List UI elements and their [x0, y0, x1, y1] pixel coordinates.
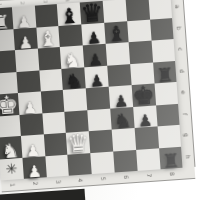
square-b7[interactable]: [127, 19, 151, 42]
square-d3[interactable]: [39, 68, 63, 91]
photo-scene: ♜♟♝♛♟♝♟♝♞♟♞♟♜♚♟♟♚♞♟♞♟♛✳♟♜ 12345678 12345…: [0, 0, 200, 200]
square-d6[interactable]: [107, 64, 131, 87]
square-h4[interactable]: [68, 153, 92, 176]
square-a3[interactable]: [34, 4, 58, 27]
square-a2[interactable]: ♟: [12, 6, 36, 29]
square-c7[interactable]: [128, 41, 152, 64]
square-c2[interactable]: [15, 49, 39, 72]
square-a8[interactable]: [148, 0, 172, 19]
square-f6[interactable]: ♞: [110, 107, 134, 130]
square-e4[interactable]: [63, 88, 87, 111]
square-g7[interactable]: [134, 126, 158, 149]
square-a4[interactable]: ♝: [57, 2, 81, 25]
square-g5[interactable]: [89, 130, 113, 153]
square-c1[interactable]: [0, 50, 16, 73]
square-h2[interactable]: ♟: [22, 156, 46, 179]
square-e8[interactable]: [154, 82, 178, 105]
square-f3[interactable]: [42, 111, 66, 134]
square-d2[interactable]: [16, 70, 40, 93]
square-h3[interactable]: [45, 154, 69, 177]
square-h8[interactable]: ♜: [159, 146, 183, 169]
black-rook-piece[interactable]: ♜: [162, 151, 180, 171]
square-g8[interactable]: [157, 125, 181, 148]
square-b5[interactable]: ♟: [81, 22, 105, 45]
square-d8[interactable]: ♜: [153, 60, 177, 83]
square-d5[interactable]: ♟: [84, 65, 108, 88]
square-h7[interactable]: [136, 148, 160, 171]
square-c6[interactable]: [106, 42, 130, 65]
square-g6[interactable]: [112, 128, 136, 151]
square-f1[interactable]: [0, 114, 21, 137]
square-e2[interactable]: ♟: [18, 91, 42, 114]
square-g2[interactable]: ♟: [21, 134, 45, 157]
square-a6[interactable]: [103, 0, 127, 22]
square-g1[interactable]: ♞: [0, 136, 22, 159]
square-a7[interactable]: [125, 0, 149, 21]
square-e7[interactable]: ♚: [131, 84, 155, 107]
square-b2[interactable]: ♟: [13, 27, 37, 50]
square-e3[interactable]: [40, 90, 64, 113]
square-e6[interactable]: ♟: [109, 85, 133, 108]
square-c5[interactable]: ♟: [83, 44, 107, 67]
square-e5[interactable]: [86, 87, 110, 110]
square-g3[interactable]: [43, 133, 67, 156]
square-f5[interactable]: [87, 108, 111, 131]
square-e1[interactable]: ♚: [0, 93, 19, 116]
square-b3[interactable]: ♝: [36, 26, 60, 49]
square-d4[interactable]: ♞: [62, 67, 86, 90]
square-h6[interactable]: [113, 149, 137, 172]
square-c3[interactable]: [37, 47, 61, 70]
square-f7[interactable]: ♟: [133, 105, 157, 128]
square-h1[interactable]: ✳: [0, 157, 24, 180]
square-f2[interactable]: [19, 113, 43, 136]
white-pawn-piece[interactable]: ♟: [27, 164, 42, 181]
board-corner-emblem-icon: ✳: [5, 161, 18, 178]
square-f8[interactable]: [156, 103, 180, 126]
square-g4[interactable]: ♛: [66, 131, 90, 154]
square-b8[interactable]: [150, 18, 174, 41]
square-b6[interactable]: ♝: [104, 21, 128, 44]
square-c8[interactable]: [151, 39, 175, 62]
square-a5[interactable]: ♛: [80, 1, 104, 24]
square-b4[interactable]: [59, 24, 83, 47]
square-h5[interactable]: [90, 151, 114, 174]
chess-board: ♜♟♝♛♟♝♟♝♞♟♞♟♜♚♟♟♚♞♟♞♟♛✳♟♜: [0, 0, 183, 180]
square-c4[interactable]: ♞: [60, 45, 84, 68]
board-wrapper: ♜♟♝♛♟♝♟♝♞♟♞♟♜♚♟♟♚♞♟♞♟♛✳♟♜ 12345678 12345…: [0, 0, 183, 180]
